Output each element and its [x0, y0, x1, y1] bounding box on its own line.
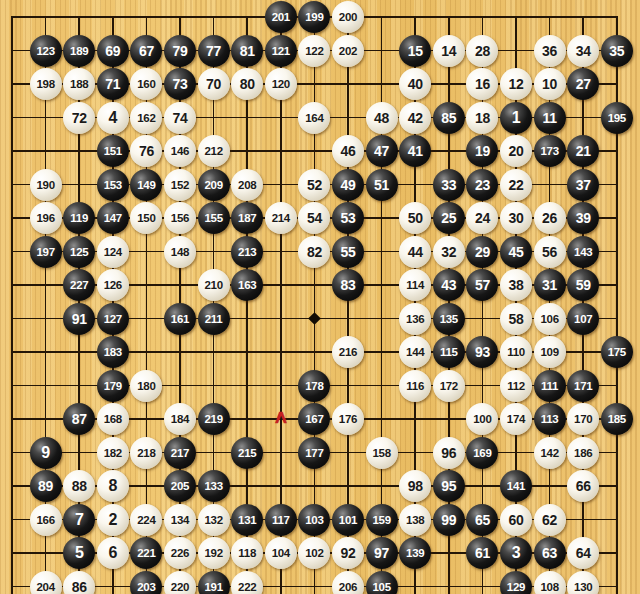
stone-62[interactable]: 62	[534, 504, 566, 536]
stone-35[interactable]: 35	[601, 35, 633, 67]
stone-142[interactable]: 142	[534, 437, 566, 469]
stone-147[interactable]: 147	[97, 202, 129, 234]
stone-139[interactable]: 139	[399, 537, 431, 569]
stone-65[interactable]: 65	[466, 504, 498, 536]
stone-38[interactable]: 38	[500, 269, 532, 301]
stone-184[interactable]: 184	[164, 403, 196, 435]
stone-28[interactable]: 28	[466, 35, 498, 67]
stone-10[interactable]: 10	[534, 68, 566, 100]
stone-122[interactable]: 122	[298, 35, 330, 67]
stone-220[interactable]: 220	[164, 571, 196, 594]
stone-114[interactable]: 114	[399, 269, 431, 301]
stone-15[interactable]: 15	[399, 35, 431, 67]
stone-106[interactable]: 106	[534, 303, 566, 335]
stone-208[interactable]: 208	[231, 169, 263, 201]
stone-171[interactable]: 171	[567, 370, 599, 402]
stone-195[interactable]: 195	[601, 102, 633, 134]
stone-224[interactable]: 224	[130, 504, 162, 536]
stone-26[interactable]: 26	[534, 202, 566, 234]
stone-6[interactable]: 6	[97, 537, 129, 569]
stone-222[interactable]: 222	[231, 571, 263, 594]
stone-33[interactable]: 33	[433, 169, 465, 201]
stone-1[interactable]: 1	[500, 102, 532, 134]
stone-31[interactable]: 31	[534, 269, 566, 301]
stone-221[interactable]: 221	[130, 537, 162, 569]
stone-226[interactable]: 226	[164, 537, 196, 569]
stone-211[interactable]: 211	[198, 303, 230, 335]
stone-100[interactable]: 100	[466, 403, 498, 435]
stone-41[interactable]: 41	[399, 135, 431, 167]
stone-46[interactable]: 46	[332, 135, 364, 167]
stone-183[interactable]: 183	[97, 336, 129, 368]
stone-187[interactable]: 187	[231, 202, 263, 234]
stone-55[interactable]: 55	[332, 236, 364, 268]
stone-36[interactable]: 36	[534, 35, 566, 67]
stone-7[interactable]: 7	[63, 504, 95, 536]
stone-16[interactable]: 16	[466, 68, 498, 100]
stone-45[interactable]: 45	[500, 236, 532, 268]
stone-152[interactable]: 152	[164, 169, 196, 201]
stone-119[interactable]: 119	[63, 202, 95, 234]
stone-37[interactable]: 37	[567, 169, 599, 201]
stone-205[interactable]: 205	[164, 470, 196, 502]
stone-209[interactable]: 209	[198, 169, 230, 201]
stone-148[interactable]: 148	[164, 236, 196, 268]
stone-50[interactable]: 50	[399, 202, 431, 234]
stone-212[interactable]: 212	[198, 135, 230, 167]
stone-30[interactable]: 30	[500, 202, 532, 234]
go-game-record-screenshot: 2011992001231896967797781121122202151428…	[0, 0, 640, 594]
stone-27[interactable]: 27	[567, 68, 599, 100]
stone-125[interactable]: 125	[63, 236, 95, 268]
stone-60[interactable]: 60	[500, 504, 532, 536]
stone-155[interactable]: 155	[198, 202, 230, 234]
stone-93[interactable]: 93	[466, 336, 498, 368]
stone-120[interactable]: 120	[265, 68, 297, 100]
stone-190[interactable]: 190	[30, 169, 62, 201]
stone-61[interactable]: 61	[466, 537, 498, 569]
stone-131[interactable]: 131	[231, 504, 263, 536]
stone-134[interactable]: 134	[164, 504, 196, 536]
stone-58[interactable]: 58	[500, 303, 532, 335]
stone-24[interactable]: 24	[466, 202, 498, 234]
stone-177[interactable]: 177	[298, 437, 330, 469]
stone-121[interactable]: 121	[265, 35, 297, 67]
stone-107[interactable]: 107	[567, 303, 599, 335]
stone-111[interactable]: 111	[534, 370, 566, 402]
stone-21[interactable]: 21	[567, 135, 599, 167]
stone-176[interactable]: 176	[332, 403, 364, 435]
stone-92[interactable]: 92	[332, 537, 364, 569]
stone-168[interactable]: 168	[97, 403, 129, 435]
stone-8[interactable]: 8	[97, 470, 129, 502]
stone-204[interactable]: 204	[30, 571, 62, 594]
stone-113[interactable]: 113	[534, 403, 566, 435]
stone-2[interactable]: 2	[97, 504, 129, 536]
stone-202[interactable]: 202	[332, 35, 364, 67]
stone-40[interactable]: 40	[399, 68, 431, 100]
stone-109[interactable]: 109	[534, 336, 566, 368]
stone-203[interactable]: 203	[130, 571, 162, 594]
stone-96[interactable]: 96	[433, 437, 465, 469]
stone-132[interactable]: 132	[198, 504, 230, 536]
stone-48[interactable]: 48	[366, 102, 398, 134]
stone-227[interactable]: 227	[63, 269, 95, 301]
stone-179[interactable]: 179	[97, 370, 129, 402]
stone-53[interactable]: 53	[332, 202, 364, 234]
stone-186[interactable]: 186	[567, 437, 599, 469]
stone-115[interactable]: 115	[433, 336, 465, 368]
stone-213[interactable]: 213	[231, 236, 263, 268]
stone-127[interactable]: 127	[97, 303, 129, 335]
stone-166[interactable]: 166	[30, 504, 62, 536]
stone-63[interactable]: 63	[534, 537, 566, 569]
stone-126[interactable]: 126	[97, 269, 129, 301]
stone-158[interactable]: 158	[366, 437, 398, 469]
stone-73[interactable]: 73	[164, 68, 196, 100]
go-board[interactable]: 2011992001231896967797781121122202151428…	[0, 0, 640, 594]
stone-164[interactable]: 164	[298, 102, 330, 134]
stone-138[interactable]: 138	[399, 504, 431, 536]
stone-51[interactable]: 51	[366, 169, 398, 201]
stone-81[interactable]: 81	[231, 35, 263, 67]
stone-34[interactable]: 34	[567, 35, 599, 67]
stone-201[interactable]: 201	[265, 1, 297, 33]
stone-22[interactable]: 22	[500, 169, 532, 201]
stone-23[interactable]: 23	[466, 169, 498, 201]
stone-200[interactable]: 200	[332, 1, 364, 33]
stone-9[interactable]: 9	[30, 437, 62, 469]
stone-43[interactable]: 43	[433, 269, 465, 301]
grid-line-vertical	[11, 16, 14, 594]
stone-192[interactable]: 192	[198, 537, 230, 569]
stone-197[interactable]: 197	[30, 236, 62, 268]
stone-4[interactable]: 4	[97, 102, 129, 134]
stone-215[interactable]: 215	[231, 437, 263, 469]
stone-39[interactable]: 39	[567, 202, 599, 234]
stone-101[interactable]: 101	[332, 504, 364, 536]
stone-66[interactable]: 66	[567, 470, 599, 502]
stone-19[interactable]: 19	[466, 135, 498, 167]
stone-25[interactable]: 25	[433, 202, 465, 234]
stone-54[interactable]: 54	[298, 202, 330, 234]
stone-59[interactable]: 59	[567, 269, 599, 301]
stone-175[interactable]: 175	[601, 336, 633, 368]
stone-151[interactable]: 151	[97, 135, 129, 167]
stone-108[interactable]: 108	[534, 571, 566, 594]
stone-133[interactable]: 133	[198, 470, 230, 502]
stone-52[interactable]: 52	[298, 169, 330, 201]
stone-57[interactable]: 57	[466, 269, 498, 301]
stone-218[interactable]: 218	[130, 437, 162, 469]
stone-110[interactable]: 110	[500, 336, 532, 368]
stone-191[interactable]: 191	[198, 571, 230, 594]
stone-161[interactable]: 161	[164, 303, 196, 335]
stone-172[interactable]: 172	[433, 370, 465, 402]
stone-18[interactable]: 18	[466, 102, 498, 134]
stone-80[interactable]: 80	[231, 68, 263, 100]
stone-99[interactable]: 99	[433, 504, 465, 536]
stone-210[interactable]: 210	[198, 269, 230, 301]
stone-159[interactable]: 159	[366, 504, 398, 536]
stone-95[interactable]: 95	[433, 470, 465, 502]
stone-86[interactable]: 86	[63, 571, 95, 594]
stone-136[interactable]: 136	[399, 303, 431, 335]
stone-89[interactable]: 89	[30, 470, 62, 502]
stone-124[interactable]: 124	[97, 236, 129, 268]
stone-174[interactable]: 174	[500, 403, 532, 435]
stone-47[interactable]: 47	[366, 135, 398, 167]
stone-72[interactable]: 72	[63, 102, 95, 134]
stone-160[interactable]: 160	[130, 68, 162, 100]
stone-130[interactable]: 130	[567, 571, 599, 594]
stone-104[interactable]: 104	[265, 537, 297, 569]
stone-153[interactable]: 153	[97, 169, 129, 201]
stone-71[interactable]: 71	[97, 68, 129, 100]
stone-141[interactable]: 141	[500, 470, 532, 502]
stone-116[interactable]: 116	[399, 370, 431, 402]
stone-118[interactable]: 118	[231, 537, 263, 569]
stone-12[interactable]: 12	[500, 68, 532, 100]
stone-83[interactable]: 83	[332, 269, 364, 301]
stone-180[interactable]: 180	[130, 370, 162, 402]
stone-162[interactable]: 162	[130, 102, 162, 134]
triangle-marker-icon: ∧	[268, 407, 294, 426]
stone-185[interactable]: 185	[601, 403, 633, 435]
stone-112[interactable]: 112	[500, 370, 532, 402]
stone-77[interactable]: 77	[198, 35, 230, 67]
stone-70[interactable]: 70	[198, 68, 230, 100]
stone-79[interactable]: 79	[164, 35, 196, 67]
stone-219[interactable]: 219	[198, 403, 230, 435]
stone-29[interactable]: 29	[466, 236, 498, 268]
stone-170[interactable]: 170	[567, 403, 599, 435]
stone-167[interactable]: 167	[298, 403, 330, 435]
stone-169[interactable]: 169	[466, 437, 498, 469]
stone-91[interactable]: 91	[63, 303, 95, 335]
stone-44[interactable]: 44	[399, 236, 431, 268]
stone-105[interactable]: 105	[366, 571, 398, 594]
stone-117[interactable]: 117	[265, 504, 297, 536]
stone-216[interactable]: 216	[332, 336, 364, 368]
stone-97[interactable]: 97	[366, 537, 398, 569]
stone-87[interactable]: 87	[63, 403, 95, 435]
stone-206[interactable]: 206	[332, 571, 364, 594]
stone-188[interactable]: 188	[63, 68, 95, 100]
stone-85[interactable]: 85	[433, 102, 465, 134]
stone-214[interactable]: 214	[265, 202, 297, 234]
stone-11[interactable]: 11	[534, 102, 566, 134]
stone-69[interactable]: 69	[97, 35, 129, 67]
stone-199[interactable]: 199	[298, 1, 330, 33]
stone-143[interactable]: 143	[567, 236, 599, 268]
stone-76[interactable]: 76	[130, 135, 162, 167]
stone-32[interactable]: 32	[433, 236, 465, 268]
stone-198[interactable]: 198	[30, 68, 62, 100]
stone-150[interactable]: 150	[130, 202, 162, 234]
stone-64[interactable]: 64	[567, 537, 599, 569]
stone-178[interactable]: 178	[298, 370, 330, 402]
tengen-star-point	[308, 312, 321, 325]
stone-20[interactable]: 20	[500, 135, 532, 167]
stone-5[interactable]: 5	[63, 537, 95, 569]
stone-123[interactable]: 123	[30, 35, 62, 67]
stone-163[interactable]: 163	[231, 269, 263, 301]
stone-102[interactable]: 102	[298, 537, 330, 569]
stone-88[interactable]: 88	[63, 470, 95, 502]
stone-129[interactable]: 129	[500, 571, 532, 594]
stone-49[interactable]: 49	[332, 169, 364, 201]
stone-74[interactable]: 74	[164, 102, 196, 134]
stone-173[interactable]: 173	[534, 135, 566, 167]
stone-217[interactable]: 217	[164, 437, 196, 469]
stone-146[interactable]: 146	[164, 135, 196, 167]
stone-135[interactable]: 135	[433, 303, 465, 335]
stone-14[interactable]: 14	[433, 35, 465, 67]
stone-42[interactable]: 42	[399, 102, 431, 134]
stone-156[interactable]: 156	[164, 202, 196, 234]
stone-103[interactable]: 103	[298, 504, 330, 536]
stone-98[interactable]: 98	[399, 470, 431, 502]
stone-56[interactable]: 56	[534, 236, 566, 268]
stone-3[interactable]: 3	[500, 537, 532, 569]
stone-189[interactable]: 189	[63, 35, 95, 67]
stone-67[interactable]: 67	[130, 35, 162, 67]
stone-149[interactable]: 149	[130, 169, 162, 201]
stone-196[interactable]: 196	[30, 202, 62, 234]
stone-182[interactable]: 182	[97, 437, 129, 469]
stone-82[interactable]: 82	[298, 236, 330, 268]
stone-144[interactable]: 144	[399, 336, 431, 368]
